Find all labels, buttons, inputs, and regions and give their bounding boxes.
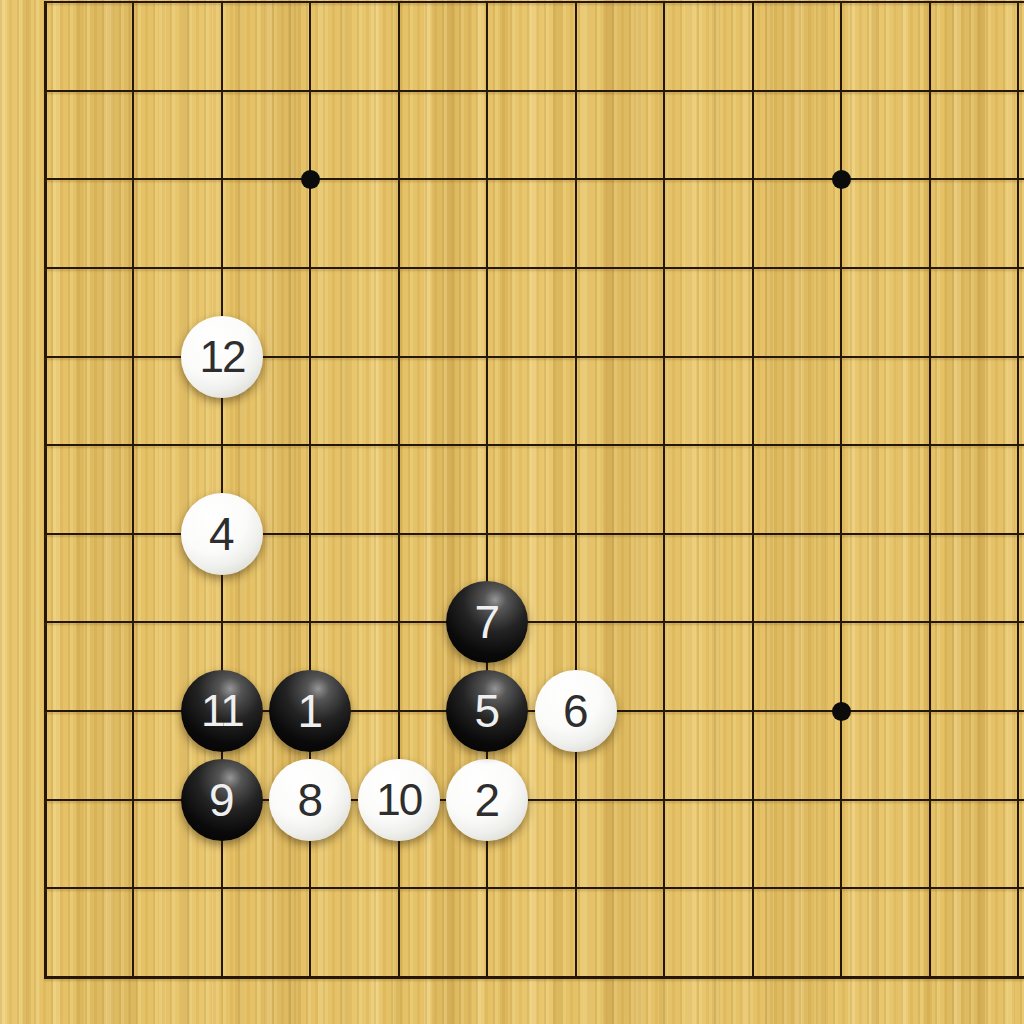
grid-horizontal-line <box>44 887 1024 889</box>
grid-vertical-line <box>663 1 665 978</box>
stone-white-6-g4: 6 <box>535 670 617 752</box>
board-wood-background <box>0 0 1024 1024</box>
stone-white-4-c6: 4 <box>181 493 263 575</box>
stone-black-11-c4: 11 <box>181 670 263 752</box>
go-board-screenshot: 12456789101112 <box>0 0 1024 1024</box>
grid-horizontal-line <box>44 178 1024 180</box>
star-point-k10 <box>832 170 851 189</box>
move-number-label: 4 <box>209 511 235 557</box>
move-number-label: 8 <box>298 777 324 823</box>
grid-vertical-line <box>575 1 577 978</box>
grid-horizontal-line <box>44 621 1024 623</box>
star-point-d10 <box>301 170 320 189</box>
move-number-label: 6 <box>563 688 589 734</box>
grid-vertical-line <box>132 1 134 978</box>
star-point-k4 <box>832 702 851 721</box>
grid-vertical-line <box>840 1 842 978</box>
grid-vertical-line <box>929 1 931 978</box>
grid-horizontal-line <box>44 267 1024 269</box>
grid-horizontal-line <box>44 1 1024 3</box>
stone-white-12-c8: 12 <box>181 316 263 398</box>
grid-vertical-line <box>752 1 754 978</box>
stone-white-8-d3: 8 <box>269 759 351 841</box>
grid-horizontal-line <box>44 90 1024 92</box>
move-number-label: 2 <box>474 777 500 823</box>
stone-white-2-f3: 2 <box>446 759 528 841</box>
grid-vertical-line <box>1017 1 1019 978</box>
move-number-label: 1 <box>298 688 324 734</box>
move-number-label: 12 <box>199 335 244 379</box>
stone-black-9-c3: 9 <box>181 759 263 841</box>
grid-horizontal-line <box>44 976 1024 979</box>
move-number-label: 11 <box>201 689 243 733</box>
stone-black-5-f4: 5 <box>446 670 528 752</box>
grid-vertical-line <box>44 1 47 978</box>
move-number-label: 5 <box>474 688 500 734</box>
stone-black-1-d4: 1 <box>269 670 351 752</box>
move-number-label: 7 <box>474 599 500 645</box>
move-number-label: 9 <box>209 777 235 823</box>
move-number-label: 10 <box>376 778 421 822</box>
grid-horizontal-line <box>44 444 1024 446</box>
stone-white-10-e3: 10 <box>358 759 440 841</box>
